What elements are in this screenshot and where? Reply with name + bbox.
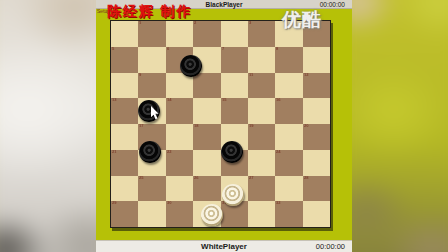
video-frame: BlackPlayer 00:00:00 Setup 1234567891011… bbox=[0, 0, 448, 252]
black-man-c2[interactable] bbox=[180, 55, 202, 77]
letterbox-blur-right bbox=[352, 0, 448, 252]
pieces-layer bbox=[111, 21, 330, 227]
checkers-board[interactable]: 1234567891011121314151617181920212223242… bbox=[110, 20, 331, 228]
youku-watermark: 优酷 bbox=[282, 7, 322, 33]
app-window: BlackPlayer 00:00:00 Setup 1234567891011… bbox=[96, 0, 352, 252]
blur-background bbox=[352, 0, 448, 252]
letterbox-blur-left bbox=[0, 0, 96, 252]
black-player-clock: 00:00:00 bbox=[320, 0, 345, 9]
white-man-d8[interactable] bbox=[201, 204, 223, 226]
white-player-clock: 00:00:00 bbox=[316, 241, 345, 252]
black-man-b6[interactable] bbox=[139, 141, 161, 163]
white-player-bar: WhitePlayer 00:00:00 bbox=[96, 240, 352, 252]
white-man-e7[interactable] bbox=[222, 184, 244, 206]
author-credit-text: 陈经辉 制作 bbox=[107, 3, 193, 21]
white-player-label: WhitePlayer bbox=[96, 241, 352, 252]
blur-background bbox=[0, 0, 96, 252]
black-man-e6[interactable] bbox=[221, 141, 243, 163]
